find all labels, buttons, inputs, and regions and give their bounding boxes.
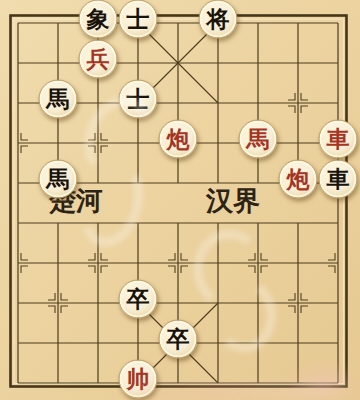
piece-black-advisor[interactable]: 士 bbox=[119, 80, 158, 119]
piece-red-chariot[interactable]: 車 bbox=[319, 120, 358, 159]
piece-black-advisor[interactable]: 士 bbox=[119, 0, 158, 39]
piece-black-soldier[interactable]: 卒 bbox=[159, 320, 198, 359]
piece-black-general[interactable]: 将 bbox=[199, 0, 238, 39]
piece-black-soldier[interactable]: 卒 bbox=[119, 280, 158, 319]
piece-black-horse[interactable]: 馬 bbox=[39, 160, 78, 199]
xiangqi-board[interactable]: 楚河 汉界 象士将兵馬士炮馬車馬炮車卒卒帅 bbox=[0, 0, 360, 400]
piece-black-chariot[interactable]: 車 bbox=[319, 160, 358, 199]
piece-red-cannon[interactable]: 炮 bbox=[279, 160, 318, 199]
piece-black-horse[interactable]: 馬 bbox=[39, 80, 78, 119]
piece-red-soldier[interactable]: 兵 bbox=[79, 40, 118, 79]
piece-red-horse[interactable]: 馬 bbox=[239, 120, 278, 159]
piece-black-elephant[interactable]: 象 bbox=[79, 0, 118, 39]
piece-red-general[interactable]: 帅 bbox=[119, 360, 158, 399]
piece-red-cannon[interactable]: 炮 bbox=[159, 120, 198, 159]
